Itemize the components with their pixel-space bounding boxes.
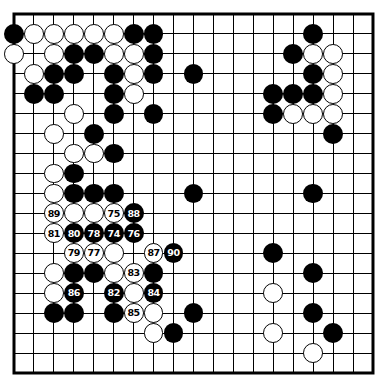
- black-stone-move-88: 88: [124, 203, 144, 223]
- white-stone-move-87: 87: [144, 243, 164, 263]
- white-stone-move-89: 89: [44, 203, 64, 223]
- black-stone: [144, 24, 164, 44]
- white-stone: [104, 263, 124, 283]
- black-stone: [263, 243, 283, 263]
- white-stone: [24, 64, 44, 84]
- black-stone-move-80: 80: [64, 223, 84, 243]
- white-stone: [44, 124, 64, 144]
- black-stone: [164, 323, 184, 343]
- white-stone: [104, 44, 124, 64]
- black-stone: [184, 303, 204, 323]
- white-stone: [303, 343, 323, 363]
- black-stone: [303, 303, 323, 323]
- black-stone: [323, 124, 343, 144]
- black-stone: [64, 64, 84, 84]
- black-stone: [303, 24, 323, 44]
- black-stone: [84, 124, 104, 144]
- black-stone: [283, 44, 303, 64]
- white-stone-move-83: 83: [124, 263, 144, 283]
- white-stone: [124, 64, 144, 84]
- black-stone: [144, 104, 164, 124]
- white-stone: [263, 323, 283, 343]
- black-stone: [144, 64, 164, 84]
- white-stone: [84, 144, 104, 164]
- black-stone: [44, 303, 64, 323]
- white-stone-move-79: 79: [64, 243, 84, 263]
- white-stone: [44, 24, 64, 44]
- black-stone: [144, 263, 164, 283]
- go-board-diagram: 8975888180787476797787908386828485: [0, 0, 390, 390]
- white-stone: [64, 104, 84, 124]
- white-stone: [303, 44, 323, 64]
- white-stone: [104, 24, 124, 44]
- black-stone: [24, 84, 44, 104]
- black-stone: [64, 263, 84, 283]
- black-stone: [283, 84, 303, 104]
- white-stone: [84, 24, 104, 44]
- white-stone: [44, 164, 64, 184]
- white-stone: [124, 84, 144, 104]
- white-stone: [84, 203, 104, 223]
- black-stone-move-90: 90: [164, 243, 184, 263]
- black-stone: [64, 164, 84, 184]
- white-stone: [323, 104, 343, 124]
- white-stone: [144, 303, 164, 323]
- black-stone: [303, 263, 323, 283]
- stones-layer: 8975888180787476797787908386828485: [4, 4, 383, 383]
- white-stone: [323, 64, 343, 84]
- white-stone: [323, 84, 343, 104]
- white-stone: [303, 104, 323, 124]
- white-stone: [263, 283, 283, 303]
- white-stone: [64, 24, 84, 44]
- black-stone-move-82: 82: [104, 283, 124, 303]
- white-stone: [44, 44, 64, 64]
- black-stone: [263, 104, 283, 124]
- white-stone: [44, 263, 64, 283]
- black-stone: [303, 64, 323, 84]
- white-stone: [104, 243, 124, 263]
- black-stone: [84, 44, 104, 64]
- black-stone: [84, 263, 104, 283]
- white-stone: [24, 24, 44, 44]
- black-stone-move-86: 86: [64, 283, 84, 303]
- black-stone: [64, 303, 84, 323]
- black-stone-move-76: 76: [124, 223, 144, 243]
- black-stone: [44, 64, 64, 84]
- black-stone: [144, 44, 164, 64]
- black-stone: [44, 84, 64, 104]
- black-stone: [184, 64, 204, 84]
- black-stone: [104, 84, 124, 104]
- white-stone: [144, 323, 164, 343]
- white-stone: [44, 184, 64, 204]
- black-stone: [184, 184, 204, 204]
- black-stone: [323, 323, 343, 343]
- black-stone: [124, 24, 144, 44]
- black-stone: [104, 104, 124, 124]
- black-stone: [263, 84, 283, 104]
- black-stone: [64, 44, 84, 64]
- white-stone-move-75: 75: [104, 203, 124, 223]
- black-stone: [84, 184, 104, 204]
- black-stone: [104, 144, 124, 164]
- white-stone: [124, 283, 144, 303]
- white-stone: [124, 44, 144, 64]
- white-stone: [283, 104, 303, 124]
- white-stone-move-85: 85: [124, 303, 144, 323]
- white-stone: [44, 283, 64, 303]
- black-stone-move-78: 78: [84, 223, 104, 243]
- white-stone-move-81: 81: [44, 223, 64, 243]
- black-stone: [303, 84, 323, 104]
- black-stone: [104, 184, 124, 204]
- white-stone: [4, 44, 24, 64]
- black-stone: [104, 64, 124, 84]
- white-stone: [64, 144, 84, 164]
- black-stone-move-74: 74: [104, 223, 124, 243]
- black-stone: [64, 184, 84, 204]
- white-stone-move-77: 77: [84, 243, 104, 263]
- white-stone: [64, 203, 84, 223]
- black-stone: [303, 184, 323, 204]
- white-stone: [323, 44, 343, 64]
- black-stone: [104, 303, 124, 323]
- black-stone: [4, 24, 24, 44]
- black-stone-move-84: 84: [144, 283, 164, 303]
